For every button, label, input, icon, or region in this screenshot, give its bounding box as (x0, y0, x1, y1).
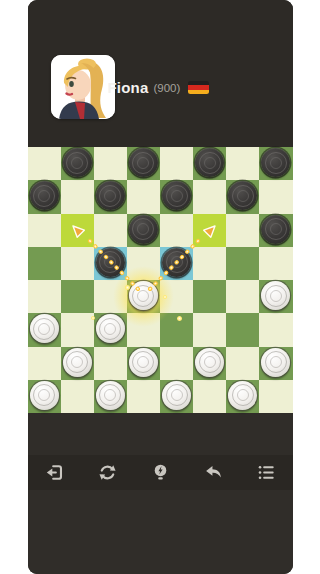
white-piece[interactable] (129, 281, 158, 310)
square-r7c8[interactable] (259, 347, 292, 380)
square-r4c8 (259, 247, 292, 280)
sync-icon (97, 462, 118, 483)
square-r1c2[interactable] (61, 147, 94, 180)
black-piece[interactable] (96, 181, 125, 210)
square-r1c3 (94, 147, 127, 180)
white-piece[interactable] (96, 381, 125, 410)
square-r4c3[interactable] (94, 247, 127, 280)
exit-button[interactable] (37, 458, 71, 488)
square-r2c1[interactable] (28, 180, 61, 213)
square-r4c5[interactable] (160, 247, 193, 280)
square-r6c8 (259, 313, 292, 346)
square-r7c4[interactable] (127, 347, 160, 380)
menu-button[interactable] (249, 458, 283, 488)
white-piece[interactable] (96, 314, 125, 343)
square-r6c2 (61, 313, 94, 346)
square-r1c6[interactable] (193, 147, 226, 180)
square-r7c6[interactable] (193, 347, 226, 380)
white-piece[interactable] (30, 381, 59, 410)
square-r1c8[interactable] (259, 147, 292, 180)
square-r3c1 (28, 214, 61, 247)
square-r7c3 (94, 347, 127, 380)
exit-icon (44, 462, 65, 483)
square-r4c4 (127, 247, 160, 280)
square-r3c5 (160, 214, 193, 247)
square-r8c2 (61, 380, 94, 413)
square-r3c2[interactable] (61, 214, 94, 247)
undo-icon (203, 462, 224, 483)
footer (28, 413, 293, 574)
avatar-illustration (51, 55, 115, 119)
square-r8c7[interactable] (226, 380, 259, 413)
square-r1c5 (160, 147, 193, 180)
sync-button[interactable] (90, 458, 124, 488)
square-r4c6 (193, 247, 226, 280)
square-r6c1[interactable] (28, 313, 61, 346)
black-piece[interactable] (195, 148, 224, 177)
square-r3c3 (94, 214, 127, 247)
player-info: Fiona (900) (108, 55, 210, 119)
undo-button[interactable] (196, 458, 230, 488)
square-r7c5 (160, 347, 193, 380)
square-r2c2 (61, 180, 94, 213)
square-r8c3[interactable] (94, 380, 127, 413)
square-r6c3[interactable] (94, 313, 127, 346)
square-r4c1[interactable] (28, 247, 61, 280)
black-piece[interactable] (228, 181, 257, 210)
square-r8c4 (127, 380, 160, 413)
black-piece[interactable] (129, 215, 158, 244)
square-r7c1 (28, 347, 61, 380)
square-r7c2[interactable] (61, 347, 94, 380)
square-r5c3 (94, 280, 127, 313)
square-r3c7 (226, 214, 259, 247)
square-r1c1 (28, 147, 61, 180)
square-r2c7[interactable] (226, 180, 259, 213)
black-piece[interactable] (261, 148, 290, 177)
black-piece[interactable] (63, 148, 92, 177)
square-r6c7[interactable] (226, 313, 259, 346)
square-r8c6 (193, 380, 226, 413)
white-piece[interactable] (195, 348, 224, 377)
square-r6c5[interactable] (160, 313, 193, 346)
menu-list-icon (256, 462, 277, 483)
square-r5c8[interactable] (259, 280, 292, 313)
square-r2c5[interactable] (160, 180, 193, 213)
square-r1c4[interactable] (127, 147, 160, 180)
square-r5c5 (160, 280, 193, 313)
player-bar: Fiona (900) (28, 0, 293, 147)
square-r5c2[interactable] (61, 280, 94, 313)
square-r6c6 (193, 313, 226, 346)
black-piece[interactable] (96, 248, 125, 277)
white-piece[interactable] (261, 348, 290, 377)
black-piece[interactable] (30, 181, 59, 210)
white-piece[interactable] (162, 381, 191, 410)
square-r6c4 (127, 313, 160, 346)
white-piece[interactable] (30, 314, 59, 343)
german-flag-icon (188, 81, 209, 94)
hint-bulb-icon (150, 462, 171, 483)
square-r3c6[interactable] (193, 214, 226, 247)
square-r1c7 (226, 147, 259, 180)
black-piece[interactable] (162, 248, 191, 277)
white-piece[interactable] (63, 348, 92, 377)
square-r8c5[interactable] (160, 380, 193, 413)
square-r5c1 (28, 280, 61, 313)
white-piece[interactable] (228, 381, 257, 410)
white-piece[interactable] (261, 281, 290, 310)
player-name: Fiona (108, 79, 149, 96)
square-r3c8[interactable] (259, 214, 292, 247)
black-piece[interactable] (162, 181, 191, 210)
black-piece[interactable] (261, 215, 290, 244)
square-r5c7 (226, 280, 259, 313)
toolbar (28, 455, 293, 490)
app-screen: Fiona (900) (28, 0, 293, 574)
square-r5c4[interactable] (127, 280, 160, 313)
hint-button[interactable] (143, 458, 177, 488)
board (28, 147, 293, 413)
square-r2c8 (259, 180, 292, 213)
square-r2c3[interactable] (94, 180, 127, 213)
white-piece[interactable] (129, 348, 158, 377)
square-r8c1[interactable] (28, 380, 61, 413)
square-r4c7[interactable] (226, 247, 259, 280)
square-r7c7 (226, 347, 259, 380)
square-r2c4 (127, 180, 160, 213)
square-r5c6[interactable] (193, 280, 226, 313)
avatar[interactable] (51, 55, 115, 119)
player-rating: (900) (154, 82, 181, 94)
square-r3c4[interactable] (127, 214, 160, 247)
square-r2c6 (193, 180, 226, 213)
black-piece[interactable] (129, 148, 158, 177)
square-r4c2 (61, 247, 94, 280)
square-r8c8 (259, 380, 292, 413)
